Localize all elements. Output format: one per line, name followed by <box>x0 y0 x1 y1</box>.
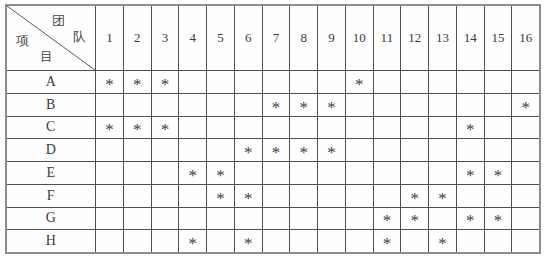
column-header-6: 6 <box>235 6 262 70</box>
cell-D-14 <box>457 139 484 161</box>
cell-D-7: * <box>263 139 290 161</box>
cell-G-6 <box>235 208 262 230</box>
cell-G-13 <box>429 208 456 230</box>
cell-F-3 <box>152 185 179 207</box>
cell-C-10 <box>346 117 373 139</box>
cell-D-3 <box>152 139 179 161</box>
cell-G-15: * <box>485 208 512 230</box>
cell-E-3 <box>152 162 179 184</box>
cell-E-2 <box>124 162 151 184</box>
row-label-A: A <box>7 71 95 93</box>
cell-D-8: * <box>290 139 317 161</box>
cell-H-16 <box>512 230 539 252</box>
cell-H-1 <box>96 230 123 252</box>
column-header-5: 5 <box>207 6 234 70</box>
cell-E-7 <box>263 162 290 184</box>
column-header-16: 16 <box>512 6 539 70</box>
cell-A-13 <box>429 71 456 93</box>
cell-B-5 <box>207 94 234 116</box>
row-label-F: F <box>7 185 95 207</box>
cell-F-9 <box>318 185 345 207</box>
cell-D-16 <box>512 139 539 161</box>
cell-D-10 <box>346 139 373 161</box>
column-header-3: 3 <box>152 6 179 70</box>
column-header-2: 2 <box>124 6 151 70</box>
cell-C-6 <box>235 117 262 139</box>
cell-A-5 <box>207 71 234 93</box>
column-header-12: 12 <box>401 6 428 70</box>
column-header-1: 1 <box>96 6 123 70</box>
cell-D-15 <box>485 139 512 161</box>
cell-C-2: * <box>124 117 151 139</box>
cell-C-13 <box>429 117 456 139</box>
cell-E-9 <box>318 162 345 184</box>
cell-C-8 <box>290 117 317 139</box>
cell-G-5 <box>207 208 234 230</box>
cell-B-2 <box>124 94 151 116</box>
cell-B-14 <box>457 94 484 116</box>
cell-C-7 <box>263 117 290 139</box>
cell-B-11 <box>374 94 401 116</box>
cell-E-1 <box>96 162 123 184</box>
cell-F-11 <box>374 185 401 207</box>
cell-F-13: * <box>429 185 456 207</box>
cell-A-10: * <box>346 71 373 93</box>
matrix-grid: 团 队 项 目 12345678910111213141516A****B***… <box>5 4 541 254</box>
cell-B-3 <box>152 94 179 116</box>
cell-F-8 <box>290 185 317 207</box>
cell-C-11 <box>374 117 401 139</box>
cell-F-4 <box>179 185 206 207</box>
cell-H-15 <box>485 230 512 252</box>
cell-F-10 <box>346 185 373 207</box>
corner-label-team-char1: 团 <box>52 14 65 27</box>
row-label-D: D <box>7 139 95 161</box>
cell-F-2 <box>124 185 151 207</box>
cell-E-5: * <box>207 162 234 184</box>
cell-G-1 <box>96 208 123 230</box>
column-header-10: 10 <box>346 6 373 70</box>
cell-H-14 <box>457 230 484 252</box>
cell-A-12 <box>401 71 428 93</box>
cell-C-1: * <box>96 117 123 139</box>
cell-B-9: * <box>318 94 345 116</box>
cell-G-11: * <box>374 208 401 230</box>
cell-E-14: * <box>457 162 484 184</box>
cell-G-3 <box>152 208 179 230</box>
cell-D-5 <box>207 139 234 161</box>
cell-E-15: * <box>485 162 512 184</box>
cell-F-16 <box>512 185 539 207</box>
cell-F-15 <box>485 185 512 207</box>
cell-A-14 <box>457 71 484 93</box>
cell-G-16 <box>512 208 539 230</box>
cell-E-8 <box>290 162 317 184</box>
cell-F-14 <box>457 185 484 207</box>
cell-D-6: * <box>235 139 262 161</box>
cell-H-10 <box>346 230 373 252</box>
cell-A-15 <box>485 71 512 93</box>
cell-A-3: * <box>152 71 179 93</box>
cell-F-1 <box>96 185 123 207</box>
column-header-13: 13 <box>429 6 456 70</box>
cell-F-5: * <box>207 185 234 207</box>
cell-C-15 <box>485 117 512 139</box>
cell-C-9 <box>318 117 345 139</box>
cell-G-10 <box>346 208 373 230</box>
cell-H-13: * <box>429 230 456 252</box>
cell-C-16 <box>512 117 539 139</box>
column-header-11: 11 <box>374 6 401 70</box>
cell-B-7: * <box>263 94 290 116</box>
cell-D-9: * <box>318 139 345 161</box>
column-header-9: 9 <box>318 6 345 70</box>
cell-B-4 <box>179 94 206 116</box>
cell-B-1 <box>96 94 123 116</box>
cell-D-4 <box>179 139 206 161</box>
cell-G-4 <box>179 208 206 230</box>
cell-G-8 <box>290 208 317 230</box>
corner-label-project-char2: 目 <box>40 50 53 63</box>
cell-D-2 <box>124 139 151 161</box>
row-label-C: C <box>7 117 95 139</box>
cell-D-11 <box>374 139 401 161</box>
cell-D-1 <box>96 139 123 161</box>
cell-B-8: * <box>290 94 317 116</box>
cell-H-5 <box>207 230 234 252</box>
cell-H-3 <box>152 230 179 252</box>
cell-C-4 <box>179 117 206 139</box>
corner-label-team-char2: 队 <box>73 30 86 43</box>
row-label-G: G <box>7 208 95 230</box>
cell-C-3: * <box>152 117 179 139</box>
cell-G-2 <box>124 208 151 230</box>
cell-G-12: * <box>401 208 428 230</box>
cell-H-6: * <box>235 230 262 252</box>
cell-B-15 <box>485 94 512 116</box>
row-label-H: H <box>7 230 95 252</box>
cell-D-13 <box>429 139 456 161</box>
cell-B-16: * <box>512 94 539 116</box>
cell-B-10 <box>346 94 373 116</box>
row-label-E: E <box>7 162 95 184</box>
cell-A-1: * <box>96 71 123 93</box>
cell-A-9 <box>318 71 345 93</box>
cell-H-8 <box>290 230 317 252</box>
cell-E-11 <box>374 162 401 184</box>
cell-E-16 <box>512 162 539 184</box>
cell-D-12 <box>401 139 428 161</box>
cell-A-16 <box>512 71 539 93</box>
cell-G-14: * <box>457 208 484 230</box>
cell-A-7 <box>263 71 290 93</box>
cell-H-2 <box>124 230 151 252</box>
cell-E-12 <box>401 162 428 184</box>
cell-F-7 <box>263 185 290 207</box>
cell-E-6 <box>235 162 262 184</box>
cell-A-6 <box>235 71 262 93</box>
cell-A-11 <box>374 71 401 93</box>
cell-F-6: * <box>235 185 262 207</box>
cell-E-4: * <box>179 162 206 184</box>
cell-H-9 <box>318 230 345 252</box>
cell-A-4 <box>179 71 206 93</box>
cell-B-13 <box>429 94 456 116</box>
cell-G-9 <box>318 208 345 230</box>
cell-C-5 <box>207 117 234 139</box>
cell-A-2: * <box>124 71 151 93</box>
column-header-8: 8 <box>290 6 317 70</box>
cell-C-14: * <box>457 117 484 139</box>
cell-F-12: * <box>401 185 428 207</box>
corner-header-cell: 团 队 项 目 <box>7 6 95 70</box>
cell-G-7 <box>263 208 290 230</box>
cell-A-8 <box>290 71 317 93</box>
column-header-15: 15 <box>485 6 512 70</box>
column-header-7: 7 <box>263 6 290 70</box>
corner-label-project-char1: 项 <box>16 34 29 47</box>
cell-E-10 <box>346 162 373 184</box>
cell-C-12 <box>401 117 428 139</box>
cell-H-12 <box>401 230 428 252</box>
cell-E-13 <box>429 162 456 184</box>
cell-H-11: * <box>374 230 401 252</box>
row-label-B: B <box>7 94 95 116</box>
column-header-14: 14 <box>457 6 484 70</box>
cell-B-6 <box>235 94 262 116</box>
cell-B-12 <box>401 94 428 116</box>
cell-H-4: * <box>179 230 206 252</box>
cell-H-7 <box>263 230 290 252</box>
column-header-4: 4 <box>179 6 206 70</box>
